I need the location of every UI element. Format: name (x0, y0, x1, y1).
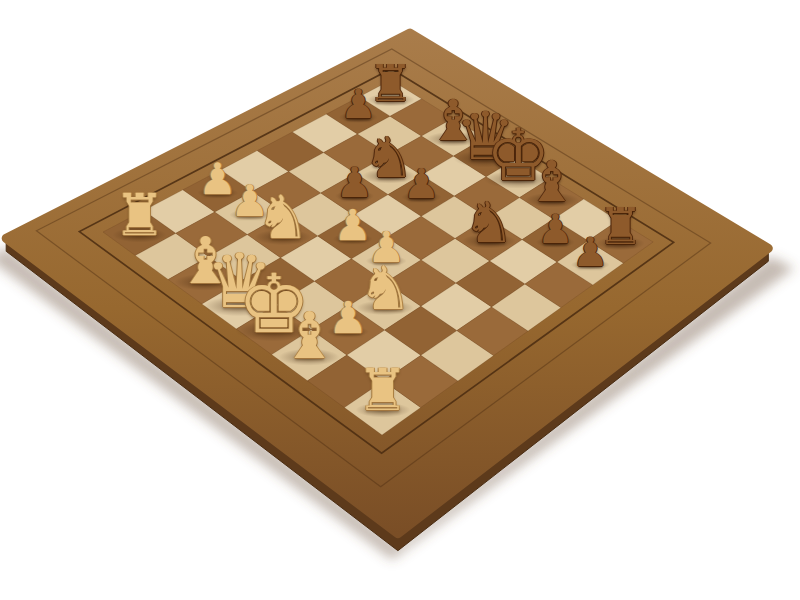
piece-black-pawn-a7[interactable]: ♟ (340, 84, 376, 124)
piece-white-rook-a1[interactable]: ♜ (114, 187, 166, 245)
piece-white-bishop-f1[interactable]: ♝ (281, 304, 339, 368)
piece-white-pawn-d4[interactable]: ♟ (333, 204, 371, 247)
piece-black-pawn-c5[interactable]: ♟ (336, 162, 374, 204)
piece-black-bishop-f8[interactable]: ♝ (526, 154, 577, 211)
piece-black-pawn-h7[interactable]: ♟ (572, 232, 608, 272)
piece-black-pawn-g7[interactable]: ♟ (537, 209, 573, 249)
piece-black-knight-f6[interactable]: ♞ (463, 194, 514, 251)
piece-white-rook-h1[interactable]: ♜ (357, 362, 409, 420)
piece-black-pawn-d6[interactable]: ♟ (403, 164, 440, 205)
chess-set-photo: ♜♝♛♚♝♜♟♟♟♞♟♞♟♟♟♟♟♞♞♟♜♜♝♛♚♝ (0, 0, 800, 600)
